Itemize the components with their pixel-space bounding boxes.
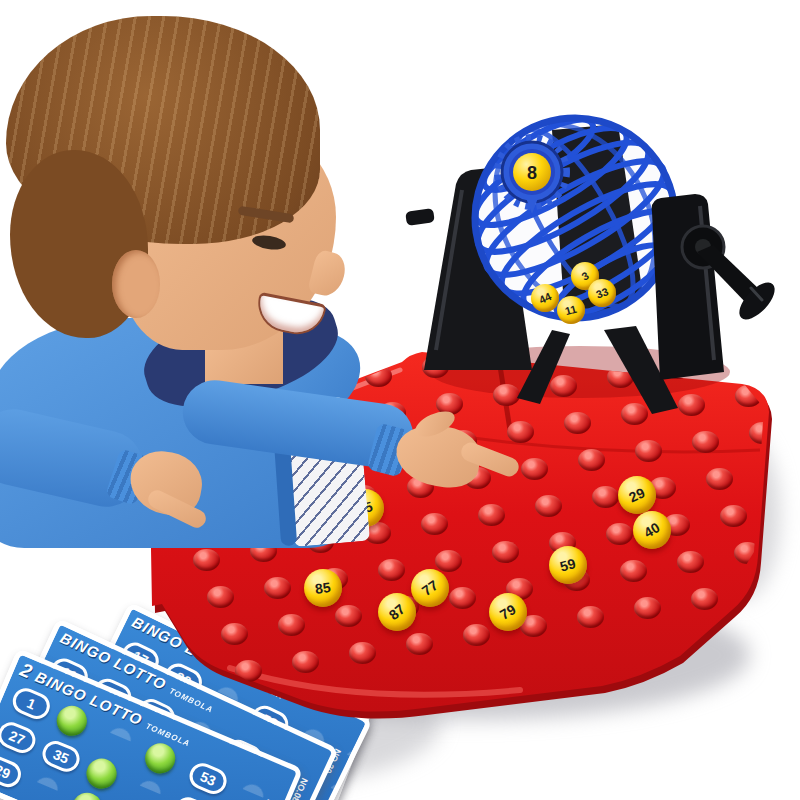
boy: [0, 0, 800, 800]
boy-ear: [112, 250, 160, 318]
